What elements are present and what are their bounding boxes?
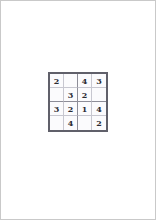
cell-r2c3[interactable]: 2	[78, 88, 92, 102]
cell-value: 3	[96, 77, 102, 85]
sudoku-board: 24332321442	[48, 72, 108, 132]
cell-r1c4[interactable]: 3	[92, 74, 106, 88]
cell-r4c3[interactable]	[78, 116, 92, 130]
cell-value: 4	[68, 119, 74, 127]
cell-r1c1[interactable]: 2	[50, 74, 64, 88]
cell-value: 1	[82, 105, 88, 113]
cell-value: 3	[68, 91, 74, 99]
cell-r3c3[interactable]: 1	[78, 102, 92, 116]
cell-r1c3[interactable]: 4	[78, 74, 92, 88]
cell-r1c2[interactable]	[64, 74, 78, 88]
cell-r2c4[interactable]	[92, 88, 106, 102]
cell-r4c2[interactable]: 4	[64, 116, 78, 130]
cell-value: 2	[68, 105, 74, 113]
cell-r4c4[interactable]: 2	[92, 116, 106, 130]
cell-value: 2	[96, 119, 102, 127]
cell-r3c2[interactable]: 2	[64, 102, 78, 116]
cell-r4c1[interactable]	[50, 116, 64, 130]
cell-value: 2	[82, 91, 88, 99]
cell-value: 4	[82, 77, 88, 85]
cell-r3c1[interactable]: 3	[50, 102, 64, 116]
cell-value: 3	[54, 105, 60, 113]
cell-value: 4	[96, 105, 102, 113]
cell-value: 2	[54, 77, 60, 85]
cell-r2c2[interactable]: 3	[64, 88, 78, 102]
puzzle-page: 24332321442	[0, 0, 156, 220]
cell-r2c1[interactable]	[50, 88, 64, 102]
cell-r3c4[interactable]: 4	[92, 102, 106, 116]
